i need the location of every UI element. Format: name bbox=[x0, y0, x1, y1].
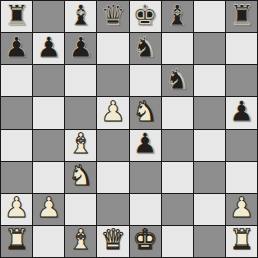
square-f5[interactable] bbox=[162, 97, 193, 128]
piece-black-pawn[interactable]: ♟ bbox=[229, 98, 254, 126]
piece-white-bishop[interactable]: ♝ bbox=[68, 226, 93, 254]
square-f7[interactable] bbox=[162, 33, 193, 64]
square-a5[interactable] bbox=[1, 97, 32, 128]
square-c4[interactable]: ♝ bbox=[65, 130, 96, 161]
square-d1[interactable]: ♛ bbox=[97, 226, 128, 257]
square-a2[interactable]: ♟ bbox=[1, 194, 32, 225]
square-d3[interactable] bbox=[97, 162, 128, 193]
square-c1[interactable]: ♝ bbox=[65, 226, 96, 257]
square-c3[interactable]: ♞ bbox=[65, 162, 96, 193]
square-f8[interactable]: ♝ bbox=[162, 1, 193, 32]
square-g7[interactable] bbox=[194, 33, 225, 64]
square-b2[interactable]: ♟ bbox=[33, 194, 64, 225]
piece-black-pawn[interactable]: ♟ bbox=[68, 34, 93, 62]
piece-black-rook[interactable]: ♜ bbox=[229, 2, 254, 30]
square-g5[interactable] bbox=[194, 97, 225, 128]
piece-black-bishop[interactable]: ♝ bbox=[165, 2, 190, 30]
piece-black-king[interactable]: ♚ bbox=[133, 2, 158, 30]
square-g8[interactable] bbox=[194, 1, 225, 32]
piece-black-pawn[interactable]: ♟ bbox=[36, 34, 61, 62]
square-e1[interactable]: ♚ bbox=[130, 226, 161, 257]
square-e6[interactable] bbox=[130, 65, 161, 96]
square-b1[interactable] bbox=[33, 226, 64, 257]
piece-white-rook[interactable]: ♜ bbox=[4, 226, 29, 254]
piece-black-queen[interactable]: ♛ bbox=[100, 2, 125, 30]
piece-white-knight[interactable]: ♞ bbox=[68, 162, 93, 190]
piece-white-pawn[interactable]: ♟ bbox=[36, 194, 61, 222]
square-f6[interactable]: ♞ bbox=[162, 65, 193, 96]
square-g6[interactable] bbox=[194, 65, 225, 96]
square-f1[interactable] bbox=[162, 226, 193, 257]
square-d2[interactable] bbox=[97, 194, 128, 225]
square-b4[interactable] bbox=[33, 130, 64, 161]
square-d7[interactable] bbox=[97, 33, 128, 64]
square-a6[interactable] bbox=[1, 65, 32, 96]
piece-white-pawn[interactable]: ♟ bbox=[4, 194, 29, 222]
piece-white-pawn[interactable]: ♟ bbox=[229, 194, 254, 222]
square-e8[interactable]: ♚ bbox=[130, 1, 161, 32]
square-f4[interactable] bbox=[162, 130, 193, 161]
piece-black-pawn[interactable]: ♟ bbox=[4, 34, 29, 62]
square-h3[interactable] bbox=[226, 162, 257, 193]
square-b6[interactable] bbox=[33, 65, 64, 96]
square-e2[interactable] bbox=[130, 194, 161, 225]
square-c6[interactable] bbox=[65, 65, 96, 96]
square-a3[interactable] bbox=[1, 162, 32, 193]
piece-black-knight[interactable]: ♞ bbox=[165, 66, 190, 94]
square-a7[interactable]: ♟ bbox=[1, 33, 32, 64]
square-e3[interactable] bbox=[130, 162, 161, 193]
square-c2[interactable] bbox=[65, 194, 96, 225]
square-d6[interactable] bbox=[97, 65, 128, 96]
square-b5[interactable] bbox=[33, 97, 64, 128]
square-h2[interactable]: ♟ bbox=[226, 194, 257, 225]
square-c8[interactable]: ♝ bbox=[65, 1, 96, 32]
chess-board: ♜♝♛♚♝♜♟♟♟♞♞♟♞♟♝♟♞♟♟♟♜♝♛♚♜ bbox=[0, 0, 258, 258]
square-d5[interactable]: ♟ bbox=[97, 97, 128, 128]
square-d8[interactable]: ♛ bbox=[97, 1, 128, 32]
piece-white-queen[interactable]: ♛ bbox=[100, 226, 125, 254]
piece-black-rook[interactable]: ♜ bbox=[4, 2, 29, 30]
square-a8[interactable]: ♜ bbox=[1, 1, 32, 32]
square-d4[interactable] bbox=[97, 130, 128, 161]
piece-black-bishop[interactable]: ♝ bbox=[68, 2, 93, 30]
square-b7[interactable]: ♟ bbox=[33, 33, 64, 64]
square-h1[interactable]: ♜ bbox=[226, 226, 257, 257]
square-g4[interactable] bbox=[194, 130, 225, 161]
square-h4[interactable] bbox=[226, 130, 257, 161]
piece-black-knight[interactable]: ♞ bbox=[133, 34, 158, 62]
square-e4[interactable]: ♟ bbox=[130, 130, 161, 161]
square-c5[interactable] bbox=[65, 97, 96, 128]
square-h8[interactable]: ♜ bbox=[226, 1, 257, 32]
square-e7[interactable]: ♞ bbox=[130, 33, 161, 64]
chess-board-wrap: ♜♝♛♚♝♜♟♟♟♞♞♟♞♟♝♟♞♟♟♟♜♝♛♚♜ bbox=[0, 0, 258, 258]
square-h5[interactable]: ♟ bbox=[226, 97, 257, 128]
square-a1[interactable]: ♜ bbox=[1, 226, 32, 257]
square-g1[interactable] bbox=[194, 226, 225, 257]
square-c7[interactable]: ♟ bbox=[65, 33, 96, 64]
piece-white-rook[interactable]: ♜ bbox=[229, 226, 254, 254]
square-e5[interactable]: ♞ bbox=[130, 97, 161, 128]
square-a4[interactable] bbox=[1, 130, 32, 161]
piece-white-bishop[interactable]: ♝ bbox=[68, 130, 93, 158]
square-b8[interactable] bbox=[33, 1, 64, 32]
square-h6[interactable] bbox=[226, 65, 257, 96]
piece-black-pawn[interactable]: ♟ bbox=[133, 130, 158, 158]
square-b3[interactable] bbox=[33, 162, 64, 193]
square-f3[interactable] bbox=[162, 162, 193, 193]
piece-white-pawn[interactable]: ♟ bbox=[100, 98, 125, 126]
piece-white-knight[interactable]: ♞ bbox=[133, 98, 158, 126]
square-h7[interactable] bbox=[226, 33, 257, 64]
square-f2[interactable] bbox=[162, 194, 193, 225]
square-g3[interactable] bbox=[194, 162, 225, 193]
piece-white-king[interactable]: ♚ bbox=[133, 226, 158, 254]
square-g2[interactable] bbox=[194, 194, 225, 225]
